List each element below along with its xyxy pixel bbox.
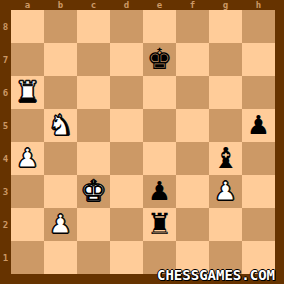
white-pawn: ♟ <box>44 208 77 241</box>
square-a2[interactable] <box>11 208 44 241</box>
square-b7[interactable] <box>44 43 77 76</box>
square-a5[interactable] <box>11 109 44 142</box>
black-king: ♚ <box>143 43 176 76</box>
square-a6[interactable]: ♜ <box>11 76 44 109</box>
square-f8[interactable] <box>176 10 209 43</box>
file-labels: abcdefgh <box>11 0 275 10</box>
square-g6[interactable] <box>209 76 242 109</box>
square-c5[interactable] <box>77 109 110 142</box>
rank-label-2: 2 <box>0 208 11 241</box>
square-e4[interactable] <box>143 142 176 175</box>
file-label-a: a <box>11 0 44 10</box>
square-d7[interactable] <box>110 43 143 76</box>
square-a1[interactable] <box>11 241 44 274</box>
square-a7[interactable] <box>11 43 44 76</box>
square-f3[interactable] <box>176 175 209 208</box>
black-bishop: ♝ <box>209 142 242 175</box>
square-h6[interactable] <box>242 76 275 109</box>
square-c6[interactable] <box>77 76 110 109</box>
square-c1[interactable] <box>77 241 110 274</box>
square-e3[interactable]: ♟ <box>143 175 176 208</box>
square-e2[interactable]: ♜ <box>143 208 176 241</box>
square-a8[interactable] <box>11 10 44 43</box>
square-h4[interactable] <box>242 142 275 175</box>
rank-label-1: 1 <box>0 241 11 274</box>
square-b8[interactable] <box>44 10 77 43</box>
square-f5[interactable] <box>176 109 209 142</box>
rank-label-7: 7 <box>0 43 11 76</box>
square-d5[interactable] <box>110 109 143 142</box>
square-f4[interactable] <box>176 142 209 175</box>
square-d6[interactable] <box>110 76 143 109</box>
square-e8[interactable] <box>143 10 176 43</box>
square-c3[interactable]: ♚ <box>77 175 110 208</box>
rank-label-5: 5 <box>0 109 11 142</box>
square-g8[interactable] <box>209 10 242 43</box>
square-h3[interactable] <box>242 175 275 208</box>
rank-label-8: 8 <box>0 10 11 43</box>
square-c8[interactable] <box>77 10 110 43</box>
white-rook: ♜ <box>11 76 44 109</box>
white-pawn: ♟ <box>209 175 242 208</box>
square-e5[interactable] <box>143 109 176 142</box>
square-g7[interactable] <box>209 43 242 76</box>
chess-board: ♚♜♞♟♟♝♚♟♟♟♜ <box>11 10 275 274</box>
square-c2[interactable] <box>77 208 110 241</box>
square-b6[interactable] <box>44 76 77 109</box>
square-g5[interactable] <box>209 109 242 142</box>
rank-label-4: 4 <box>0 142 11 175</box>
file-label-g: g <box>209 0 242 10</box>
file-label-f: f <box>176 0 209 10</box>
square-a4[interactable]: ♟ <box>11 142 44 175</box>
square-g4[interactable]: ♝ <box>209 142 242 175</box>
white-pawn: ♟ <box>11 142 44 175</box>
square-h7[interactable] <box>242 43 275 76</box>
square-f6[interactable] <box>176 76 209 109</box>
file-label-b: b <box>44 0 77 10</box>
square-e6[interactable] <box>143 76 176 109</box>
rank-label-6: 6 <box>0 76 11 109</box>
square-h2[interactable] <box>242 208 275 241</box>
black-pawn: ♟ <box>143 175 176 208</box>
square-e7[interactable]: ♚ <box>143 43 176 76</box>
square-d3[interactable] <box>110 175 143 208</box>
square-b1[interactable] <box>44 241 77 274</box>
white-king: ♚ <box>77 175 110 208</box>
black-rook: ♜ <box>143 208 176 241</box>
square-d4[interactable] <box>110 142 143 175</box>
square-h8[interactable] <box>242 10 275 43</box>
square-a3[interactable] <box>11 175 44 208</box>
rank-labels: 87654321 <box>0 10 11 274</box>
square-f2[interactable] <box>176 208 209 241</box>
square-f7[interactable] <box>176 43 209 76</box>
square-c4[interactable] <box>77 142 110 175</box>
black-pawn: ♟ <box>242 109 275 142</box>
rank-label-3: 3 <box>0 175 11 208</box>
square-d1[interactable] <box>110 241 143 274</box>
white-knight: ♞ <box>44 109 77 142</box>
file-label-d: d <box>110 0 143 10</box>
square-h5[interactable]: ♟ <box>242 109 275 142</box>
square-b3[interactable] <box>44 175 77 208</box>
square-b5[interactable]: ♞ <box>44 109 77 142</box>
square-g3[interactable]: ♟ <box>209 175 242 208</box>
chess-diagram: abcdefgh 87654321 ♚♜♞♟♟♝♚♟♟♟♜ CHESSGAMES… <box>0 0 284 284</box>
file-label-e: e <box>143 0 176 10</box>
square-b4[interactable] <box>44 142 77 175</box>
site-brand[interactable]: CHESSGAMES.COM <box>157 267 275 283</box>
file-label-h: h <box>242 0 275 10</box>
square-d8[interactable] <box>110 10 143 43</box>
square-d2[interactable] <box>110 208 143 241</box>
square-c7[interactable] <box>77 43 110 76</box>
file-label-c: c <box>77 0 110 10</box>
square-b2[interactable]: ♟ <box>44 208 77 241</box>
square-g2[interactable] <box>209 208 242 241</box>
